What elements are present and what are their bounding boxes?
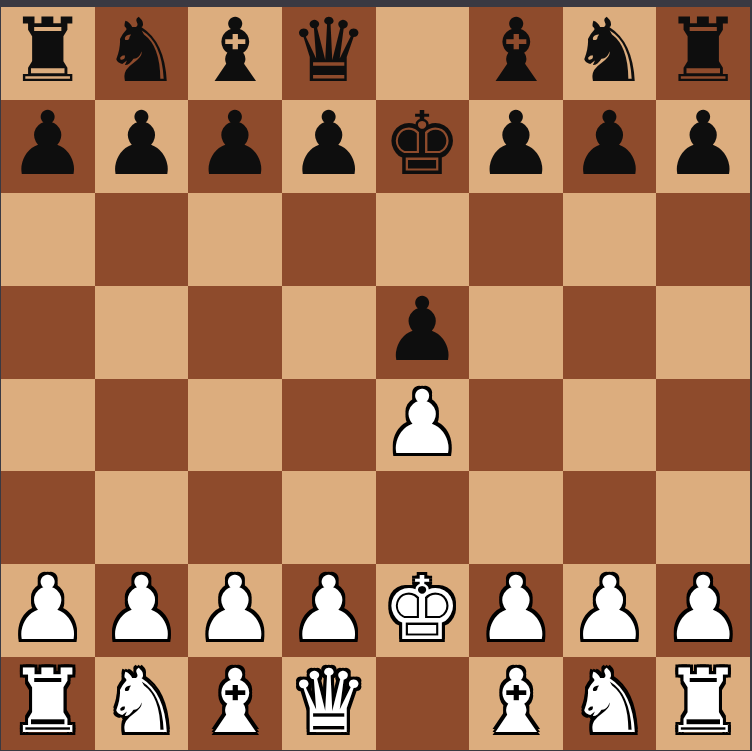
black-knight-icon[interactable]: ♞	[102, 7, 181, 95]
white-queen-icon[interactable]: ♛	[289, 658, 368, 746]
white-rook-icon[interactable]: ♜	[664, 658, 743, 746]
square-e8[interactable]	[376, 7, 470, 100]
square-f7[interactable]: ♟	[469, 100, 563, 193]
square-d2[interactable]: ♟	[282, 564, 376, 657]
square-c1[interactable]: ♝	[188, 657, 282, 750]
black-pawn-icon[interactable]: ♟	[664, 100, 743, 188]
square-c2[interactable]: ♟	[188, 564, 282, 657]
square-h8[interactable]: ♜	[656, 7, 750, 100]
black-bishop-icon[interactable]: ♝	[476, 7, 555, 95]
square-c8[interactable]: ♝	[188, 7, 282, 100]
square-b6[interactable]	[95, 193, 189, 286]
square-b3[interactable]	[95, 471, 189, 564]
square-b5[interactable]	[95, 286, 189, 379]
square-e4[interactable]: ♟	[376, 379, 470, 472]
square-h3[interactable]	[656, 471, 750, 564]
white-bishop-icon[interactable]: ♝	[476, 658, 555, 746]
square-f6[interactable]	[469, 193, 563, 286]
square-a2[interactable]: ♟	[1, 564, 95, 657]
black-pawn-icon[interactable]: ♟	[476, 100, 555, 188]
black-pawn-icon[interactable]: ♟	[102, 100, 181, 188]
square-e3[interactable]	[376, 471, 470, 564]
black-queen-icon[interactable]: ♛	[289, 7, 368, 95]
square-b7[interactable]: ♟	[95, 100, 189, 193]
square-f4[interactable]	[469, 379, 563, 472]
black-pawn-icon[interactable]: ♟	[383, 286, 462, 374]
square-a3[interactable]	[1, 471, 95, 564]
black-pawn-icon[interactable]: ♟	[196, 100, 275, 188]
square-c7[interactable]: ♟	[188, 100, 282, 193]
square-e6[interactable]	[376, 193, 470, 286]
white-pawn-icon[interactable]: ♟	[289, 565, 368, 653]
square-a8[interactable]: ♜	[1, 7, 95, 100]
white-pawn-icon[interactable]: ♟	[383, 379, 462, 467]
square-h6[interactable]	[656, 193, 750, 286]
square-b1[interactable]: ♞	[95, 657, 189, 750]
square-c5[interactable]	[188, 286, 282, 379]
square-g3[interactable]	[563, 471, 657, 564]
square-b8[interactable]: ♞	[95, 7, 189, 100]
white-knight-icon[interactable]: ♞	[570, 658, 649, 746]
square-d1[interactable]: ♛	[282, 657, 376, 750]
square-h1[interactable]: ♜	[656, 657, 750, 750]
square-h5[interactable]	[656, 286, 750, 379]
black-king-icon[interactable]: ♚	[383, 100, 462, 188]
white-king-icon[interactable]: ♚	[383, 565, 462, 653]
square-d4[interactable]	[282, 379, 376, 472]
white-pawn-icon[interactable]: ♟	[196, 565, 275, 653]
square-d7[interactable]: ♟	[282, 100, 376, 193]
square-d5[interactable]	[282, 286, 376, 379]
square-a5[interactable]	[1, 286, 95, 379]
square-h2[interactable]: ♟	[656, 564, 750, 657]
chess-board: ♜♞♝♛♝♞♜♟♟♟♟♚♟♟♟♟♟♟♟♟♟♚♟♟♟♜♞♝♛♝♞♜	[1, 7, 750, 750]
square-e7[interactable]: ♚	[376, 100, 470, 193]
square-g2[interactable]: ♟	[563, 564, 657, 657]
square-g4[interactable]	[563, 379, 657, 472]
square-f2[interactable]: ♟	[469, 564, 563, 657]
white-rook-icon[interactable]: ♜	[8, 658, 87, 746]
square-f8[interactable]: ♝	[469, 7, 563, 100]
white-pawn-icon[interactable]: ♟	[476, 565, 555, 653]
square-a7[interactable]: ♟	[1, 100, 95, 193]
black-pawn-icon[interactable]: ♟	[570, 100, 649, 188]
square-b2[interactable]: ♟	[95, 564, 189, 657]
square-g6[interactable]	[563, 193, 657, 286]
square-g1[interactable]: ♞	[563, 657, 657, 750]
black-pawn-icon[interactable]: ♟	[8, 100, 87, 188]
white-pawn-icon[interactable]: ♟	[664, 565, 743, 653]
square-f1[interactable]: ♝	[469, 657, 563, 750]
black-rook-icon[interactable]: ♜	[664, 7, 743, 95]
square-e1[interactable]	[376, 657, 470, 750]
square-a6[interactable]	[1, 193, 95, 286]
square-d8[interactable]: ♛	[282, 7, 376, 100]
square-g5[interactable]	[563, 286, 657, 379]
square-d3[interactable]	[282, 471, 376, 564]
white-bishop-icon[interactable]: ♝	[196, 658, 275, 746]
square-a1[interactable]: ♜	[1, 657, 95, 750]
square-f3[interactable]	[469, 471, 563, 564]
square-h4[interactable]	[656, 379, 750, 472]
square-f5[interactable]	[469, 286, 563, 379]
white-pawn-icon[interactable]: ♟	[8, 565, 87, 653]
square-e2[interactable]: ♚	[376, 564, 470, 657]
black-bishop-icon[interactable]: ♝	[196, 7, 275, 95]
black-rook-icon[interactable]: ♜	[8, 7, 87, 95]
square-c6[interactable]	[188, 193, 282, 286]
white-knight-icon[interactable]: ♞	[102, 658, 181, 746]
black-knight-icon[interactable]: ♞	[570, 7, 649, 95]
white-pawn-icon[interactable]: ♟	[102, 565, 181, 653]
black-pawn-icon[interactable]: ♟	[289, 100, 368, 188]
square-e5[interactable]: ♟	[376, 286, 470, 379]
square-g8[interactable]: ♞	[563, 7, 657, 100]
square-c3[interactable]	[188, 471, 282, 564]
square-c4[interactable]	[188, 379, 282, 472]
square-b4[interactable]	[95, 379, 189, 472]
square-g7[interactable]: ♟	[563, 100, 657, 193]
white-pawn-icon[interactable]: ♟	[570, 565, 649, 653]
app-background: ♜♞♝♛♝♞♜♟♟♟♟♚♟♟♟♟♟♟♟♟♟♚♟♟♟♜♞♝♛♝♞♜	[0, 0, 752, 751]
square-a4[interactable]	[1, 379, 95, 472]
square-h7[interactable]: ♟	[656, 100, 750, 193]
square-d6[interactable]	[282, 193, 376, 286]
